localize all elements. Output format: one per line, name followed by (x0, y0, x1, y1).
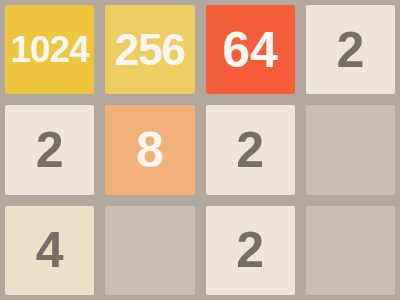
cell-empty (306, 206, 395, 295)
tile-64: 64 (206, 5, 295, 94)
game-board-2048[interactable]: 102425664228242 (0, 0, 400, 300)
tile-2: 2 (206, 105, 295, 194)
tile-8: 8 (105, 105, 194, 194)
cell-empty (306, 105, 395, 194)
tile-4: 4 (5, 206, 94, 295)
cell-empty (105, 206, 194, 295)
tile-2: 2 (5, 105, 94, 194)
tile-256: 256 (105, 5, 194, 94)
tile-1024: 1024 (5, 5, 94, 94)
tile-2: 2 (306, 5, 395, 94)
tile-2: 2 (206, 206, 295, 295)
